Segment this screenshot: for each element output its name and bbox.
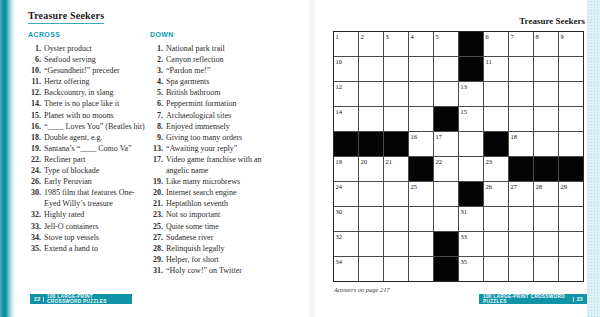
clue-number: 29. — [150, 254, 163, 265]
clue-number: 13. — [150, 143, 163, 154]
grid-cell[interactable]: 35 — [459, 257, 483, 281]
across-clues-column: ACROSS 1.Oyster product6.Seafood serving… — [28, 31, 150, 254]
grid-cell[interactable] — [534, 82, 558, 106]
clue-item: 21.Heptathlon seventh — [150, 198, 274, 209]
clue-number: 25. — [150, 221, 163, 232]
clue-item: 33.Jell-O containers — [28, 221, 150, 232]
grid-cell[interactable]: 28 — [534, 182, 558, 206]
grid-cell[interactable] — [409, 232, 433, 256]
black-cell — [434, 257, 458, 281]
grid-cell[interactable] — [509, 57, 533, 81]
grid-cell[interactable]: 15 — [459, 107, 483, 131]
cell-number: 22 — [436, 158, 443, 165]
grid-cell[interactable] — [484, 257, 508, 281]
clue-number: 1. — [150, 43, 163, 54]
cell-number: 30 — [336, 208, 343, 215]
grid-cell[interactable]: 10 — [334, 57, 358, 81]
clue-item: 12.Backcountry, in slang — [28, 87, 150, 98]
book-title: 100 LARGE-PRINT CROSSWORD PUZZLES — [483, 294, 570, 304]
grid-cell[interactable] — [359, 232, 383, 256]
book-title: 100 LARGE-PRINT CROSSWORD PUZZLES — [47, 294, 128, 304]
page-spine — [306, 0, 318, 317]
right-page-number: 23 — [577, 296, 583, 302]
clue-number: 6. — [28, 54, 41, 65]
cell-number: 21 — [386, 158, 393, 165]
grid-cell[interactable]: 23 — [484, 157, 508, 181]
cell-number: 11 — [486, 58, 492, 65]
black-cell — [534, 157, 558, 181]
grid-cell[interactable]: 11 — [484, 57, 508, 81]
black-cell — [409, 157, 433, 181]
clue-number: 8. — [150, 121, 163, 132]
grid-cell[interactable]: 14 — [334, 107, 358, 131]
across-heading: ACROSS — [28, 31, 150, 38]
cell-number: 15 — [461, 108, 468, 115]
grid-cell[interactable] — [484, 232, 508, 256]
clue-number: 35. — [28, 243, 41, 254]
black-cell — [459, 57, 483, 81]
cell-number: 14 — [336, 108, 343, 115]
grid-cell[interactable] — [434, 57, 458, 81]
grid-cell[interactable] — [409, 82, 433, 106]
cell-number: 17 — [436, 133, 443, 140]
grid-cell[interactable] — [534, 107, 558, 131]
grid-cell[interactable] — [434, 182, 458, 206]
grid-cell[interactable]: 17 — [434, 132, 458, 156]
clue-item: 6.Seafood serving — [28, 54, 150, 65]
cell-number: 8 — [536, 33, 539, 40]
cell-number: 7 — [511, 33, 514, 40]
clue-number: 26. — [28, 176, 41, 187]
clue-number: 33. — [28, 221, 41, 232]
across-clue-list: 1.Oyster product6.Seafood serving10.“Ges… — [28, 43, 150, 254]
clue-number: 14. — [28, 98, 41, 109]
grid-cell[interactable] — [384, 82, 408, 106]
grid-cell[interactable]: 25 — [409, 182, 433, 206]
clue-number: 19. — [28, 143, 41, 154]
clue-number: 30. — [28, 187, 41, 198]
black-cell — [384, 132, 408, 156]
grid-cell[interactable] — [534, 132, 558, 156]
cell-number: 24 — [336, 183, 343, 190]
grid-cell[interactable] — [534, 232, 558, 256]
grid-cell[interactable]: 29 — [559, 182, 583, 206]
clue-item: 13.“Awaiting your reply” — [150, 143, 274, 154]
clue-item: 6.Peppermint formation — [150, 98, 274, 109]
book-spread: Treasure Seekers ACROSS 1.Oyster product… — [0, 0, 600, 317]
cell-number: 1 — [336, 33, 339, 40]
clue-item: 17.Video game franchise with an angelic … — [150, 154, 274, 176]
down-clue-list: 1.National park trail2.Canyon reflection… — [150, 43, 274, 276]
grid-cell[interactable] — [559, 257, 583, 281]
book-left-edge — [0, 0, 15, 317]
grid-cell[interactable] — [434, 82, 458, 106]
cell-number: 10 — [336, 58, 343, 65]
grid-cell[interactable] — [434, 207, 458, 231]
cell-number: 20 — [361, 158, 368, 165]
grid-cell[interactable] — [384, 207, 408, 231]
grid-cell[interactable]: 22 — [434, 157, 458, 181]
left-page-number: 22 — [34, 296, 40, 302]
cell-number: 34 — [336, 258, 343, 265]
black-cell — [334, 132, 358, 156]
cell-number: 16 — [411, 133, 418, 140]
clue-item: 8.Enjoyed immensely — [150, 121, 274, 132]
down-clues-column: DOWN 1.National park trail2.Canyon refle… — [150, 31, 274, 276]
cell-number: 5 — [436, 33, 439, 40]
grid-cell[interactable]: 26 — [484, 182, 508, 206]
clue-number: 34. — [28, 232, 41, 243]
clue-item: 3.“Pardon me!” — [150, 65, 274, 76]
down-heading: DOWN — [150, 31, 274, 38]
clue-item: 4.Spa garments — [150, 76, 274, 87]
clue-item: 2.Canyon reflection — [150, 54, 274, 65]
clue-number: 20. — [150, 187, 163, 198]
grid-page-title: Treasure Seekers — [519, 16, 585, 26]
grid-cell[interactable]: 12 — [334, 82, 358, 106]
clue-number: 22. — [28, 154, 41, 165]
clue-number: 5. — [150, 87, 163, 98]
grid-cell[interactable] — [534, 57, 558, 81]
clue-item: 26.Early Peruvian — [28, 176, 150, 187]
clue-number: 4. — [150, 76, 163, 87]
grid-cell[interactable]: 16 — [409, 132, 433, 156]
clue-item: 16.“____ Loves You” (Beatles hit) — [28, 121, 150, 132]
clue-item: 10.“Gesundheit!” preceder — [28, 65, 150, 76]
cell-number: 32 — [336, 233, 343, 240]
clue-number: 23. — [150, 209, 163, 220]
grid-cell[interactable] — [384, 57, 408, 81]
cell-number: 3 — [386, 33, 389, 40]
grid-cell[interactable]: 21 — [384, 157, 408, 181]
grid-cell[interactable] — [409, 207, 433, 231]
grid-cell[interactable]: 20 — [359, 157, 383, 181]
grid-cell[interactable] — [509, 107, 533, 131]
grid-cell[interactable]: 32 — [334, 232, 358, 256]
grid-cell[interactable] — [509, 257, 533, 281]
clue-item: 25.Quite some time — [150, 221, 274, 232]
black-cell — [509, 157, 533, 181]
right-page-footer: 100 LARGE-PRINT CROSSWORD PUZZLES 23 — [479, 294, 587, 304]
clue-item: 15.Planet with no moons — [28, 110, 150, 121]
clue-item: 24.Type of blockade — [28, 165, 150, 176]
grid-cell[interactable]: 34 — [334, 257, 358, 281]
clue-item: 32.Highly rated — [28, 209, 150, 220]
cell-number: 33 — [461, 233, 468, 240]
grid-cell[interactable]: 13 — [459, 82, 483, 106]
grid-cell[interactable]: 1 — [334, 32, 358, 56]
black-cell — [459, 32, 483, 56]
grid-cell[interactable]: 4 — [409, 32, 433, 56]
clue-number: 32. — [28, 209, 41, 220]
clue-item: 27.Sudanese river — [150, 232, 274, 243]
grid-cell[interactable] — [559, 132, 583, 156]
clue-number: 2. — [150, 54, 163, 65]
grid-cell[interactable] — [359, 207, 383, 231]
clue-item: 18.Double agent, e.g. — [28, 132, 150, 143]
clue-item: 1.National park trail — [150, 43, 274, 54]
cell-number: 13 — [461, 83, 468, 90]
black-cell — [359, 132, 383, 156]
grid-cell[interactable] — [559, 57, 583, 81]
black-cell — [459, 182, 483, 206]
clue-number: 12. — [28, 87, 41, 98]
grid-cell[interactable] — [359, 257, 383, 281]
grid-cell[interactable]: 6 — [484, 32, 508, 56]
left-page-footer: 22 100 LARGE-PRINT CROSSWORD PUZZLES — [30, 294, 132, 304]
clue-item: 22.Recliner part — [28, 154, 150, 165]
cell-number: 4 — [411, 33, 414, 40]
grid-cell[interactable] — [484, 82, 508, 106]
clue-item: 23.Not so important — [150, 209, 274, 220]
grid-cell[interactable] — [484, 207, 508, 231]
clue-item: 19.Like many microbrews — [150, 176, 274, 187]
clue-number: 31. — [150, 265, 163, 276]
cell-number: 23 — [486, 158, 493, 165]
clue-item: 19.Santana’s “____ Como Va” — [28, 143, 150, 154]
clue-number: 16. — [28, 121, 41, 132]
black-cell — [559, 157, 583, 181]
grid-cell[interactable] — [559, 107, 583, 131]
clue-number: 17. — [150, 154, 163, 165]
clue-item: 31.“Holy cow!” on Twitter — [150, 265, 274, 276]
grid-cell[interactable] — [384, 182, 408, 206]
grid-cell[interactable]: 5 — [434, 32, 458, 56]
grid-cell[interactable] — [409, 257, 433, 281]
grid-cell[interactable]: 8 — [534, 32, 558, 56]
clue-item: 1.Oyster product — [28, 43, 150, 54]
clue-item: 35.Extend a hand to — [28, 243, 150, 254]
clue-number: 24. — [28, 165, 41, 176]
grid-cell[interactable]: 3 — [384, 32, 408, 56]
clue-number: 6. — [150, 98, 163, 109]
grid-cell[interactable] — [409, 57, 433, 81]
clue-number: 9. — [150, 132, 163, 143]
clue-number: 19. — [150, 176, 163, 187]
grid-cell[interactable]: 7 — [509, 32, 533, 56]
grid-cell[interactable]: 9 — [559, 32, 583, 56]
cell-number: 27 — [511, 183, 518, 190]
grid-cell[interactable] — [359, 82, 383, 106]
cell-number: 25 — [411, 183, 418, 190]
clue-number: 10. — [28, 65, 41, 76]
grid-cell[interactable]: 18 — [509, 132, 533, 156]
grid-cell[interactable] — [384, 257, 408, 281]
clue-number: 28. — [150, 243, 163, 254]
grid-cell[interactable] — [409, 107, 433, 131]
grid-cell[interactable] — [534, 257, 558, 281]
clue-number: 1. — [28, 43, 41, 54]
clue-item: 9.Giving too many orders — [150, 132, 274, 143]
grid-cell[interactable] — [509, 232, 533, 256]
clue-number: 11. — [28, 76, 41, 87]
grid-cell[interactable] — [384, 232, 408, 256]
cell-number: 29 — [561, 183, 568, 190]
black-cell — [484, 132, 508, 156]
grid-cell[interactable] — [509, 82, 533, 106]
answers-note: Answers on page 217 — [334, 286, 390, 293]
clue-number: 3. — [150, 65, 163, 76]
clue-number: 18. — [28, 132, 41, 143]
cell-number: 9 — [561, 33, 564, 40]
footer-divider — [573, 297, 574, 302]
cell-number: 26 — [486, 183, 493, 190]
clue-item: 34.Stove top vessels — [28, 232, 150, 243]
grid-cell[interactable]: 19 — [334, 157, 358, 181]
grid-cell[interactable]: 27 — [509, 182, 533, 206]
black-cell — [434, 107, 458, 131]
cell-number: 19 — [336, 158, 343, 165]
grid-cell[interactable] — [559, 232, 583, 256]
clue-item: 14.There is no place like it — [28, 98, 150, 109]
grid-cell[interactable] — [559, 82, 583, 106]
clue-item: 5.British bathroom — [150, 87, 274, 98]
clue-number: 27. — [150, 232, 163, 243]
clue-item: 29.Helper, for short — [150, 254, 274, 265]
clue-item: 7.Archaeological sites — [150, 110, 274, 121]
grid-cell[interactable] — [459, 157, 483, 181]
cell-number: 28 — [536, 183, 543, 190]
cell-number: 35 — [461, 258, 468, 265]
grid-cell[interactable] — [534, 207, 558, 231]
cell-number: 31 — [461, 208, 468, 215]
grid-cell[interactable] — [459, 132, 483, 156]
grid-cell[interactable] — [484, 107, 508, 131]
cell-number: 6 — [486, 33, 489, 40]
clue-number: 15. — [28, 110, 41, 121]
grid-cell[interactable] — [384, 107, 408, 131]
clue-item: 28.Relinquish legally — [150, 243, 274, 254]
cell-number: 18 — [511, 133, 518, 140]
footer-divider — [43, 297, 44, 302]
grid-cell[interactable]: 30 — [334, 207, 358, 231]
clue-item: 30.1985 film that features One-Eyed Will… — [28, 187, 150, 209]
book-right-edge — [587, 0, 600, 317]
clue-item: 11.Hertz offering — [28, 76, 150, 87]
grid-cell[interactable] — [559, 207, 583, 231]
grid-cell[interactable] — [359, 57, 383, 81]
grid-cell[interactable]: 24 — [334, 182, 358, 206]
clue-number: 21. — [150, 198, 163, 209]
clue-item: 20.Internet search engine — [150, 187, 274, 198]
grid-cell[interactable]: 2 — [359, 32, 383, 56]
grid-cell[interactable] — [509, 207, 533, 231]
grid-cell[interactable]: 33 — [459, 232, 483, 256]
crossword-grid: 1234567891011121314151617181920212223242… — [333, 31, 584, 282]
grid-cell[interactable] — [359, 107, 383, 131]
clue-number: 7. — [150, 110, 163, 121]
cell-number: 12 — [336, 83, 343, 90]
grid-cell[interactable] — [359, 182, 383, 206]
cell-number: 2 — [361, 33, 364, 40]
black-cell — [434, 232, 458, 256]
grid-cell[interactable]: 31 — [459, 207, 483, 231]
puzzle-title: Treasure Seekers — [28, 10, 104, 24]
